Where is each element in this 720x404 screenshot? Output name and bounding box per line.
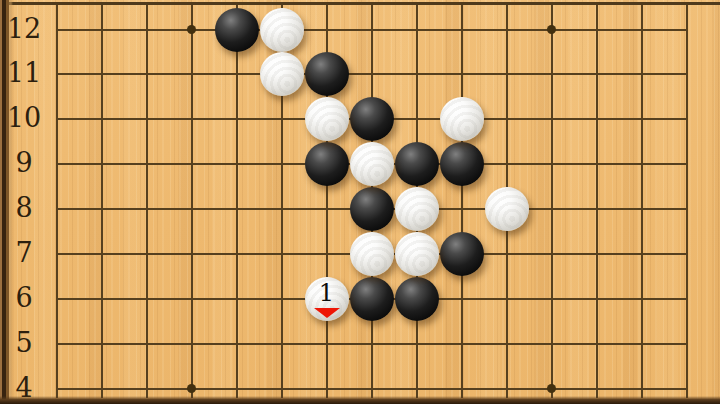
stone-black	[350, 97, 394, 141]
grid-line-vertical	[56, 3, 58, 398]
grid-line-vertical	[641, 3, 643, 398]
stone-black	[350, 187, 394, 231]
grid-line-vertical	[686, 3, 688, 398]
star-point	[187, 25, 196, 34]
grid-line-horizontal	[56, 29, 688, 31]
grid-line-horizontal	[56, 343, 688, 345]
stone-white: 1	[305, 277, 349, 321]
grid-line-vertical	[191, 3, 193, 398]
stone-black	[215, 8, 259, 52]
stone-black	[350, 277, 394, 321]
stone-white	[260, 8, 304, 52]
grid-line-vertical	[101, 3, 103, 398]
star-point	[547, 384, 556, 393]
last-move-triangle-icon	[314, 308, 340, 318]
grid-line-vertical	[146, 3, 148, 398]
grid-line-vertical	[461, 3, 463, 398]
stone-black	[305, 52, 349, 96]
star-point	[187, 384, 196, 393]
move-number-label: 1	[305, 278, 349, 308]
grid-line-vertical	[551, 3, 553, 398]
stone-white	[305, 97, 349, 141]
grid-line-horizontal	[56, 388, 688, 390]
board-bottom-edge	[0, 396, 720, 404]
grid-line-vertical	[236, 3, 238, 398]
stone-white	[350, 232, 394, 276]
stone-black	[395, 277, 439, 321]
stone-white	[485, 187, 529, 231]
star-point	[547, 25, 556, 34]
stone-white	[395, 232, 439, 276]
stone-white	[260, 52, 304, 96]
stone-black	[440, 232, 484, 276]
board-left-edge	[0, 0, 13, 404]
stone-white	[395, 187, 439, 231]
go-board[interactable]: 121110987654 1	[0, 0, 720, 404]
stone-white	[440, 97, 484, 141]
stone-black	[305, 142, 349, 186]
grid-line-horizontal	[56, 73, 688, 75]
board-top-edge	[0, 2, 720, 5]
grid-line-vertical	[596, 3, 598, 398]
stone-white	[350, 142, 394, 186]
stone-black	[395, 142, 439, 186]
stone-black	[440, 142, 484, 186]
